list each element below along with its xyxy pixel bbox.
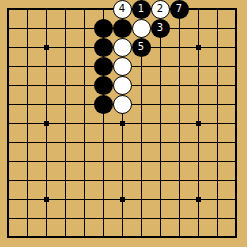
go-board-grid[interactable]: 412735 bbox=[7, 8, 237, 238]
grid-line-horizontal bbox=[9, 180, 235, 181]
go-stone-black-H13[interactable]: 1 bbox=[132, 0, 151, 19]
grid-line-horizontal bbox=[9, 142, 235, 143]
star-point bbox=[44, 45, 49, 50]
grid-line-vertical bbox=[179, 10, 180, 236]
go-stone-white-G8[interactable] bbox=[113, 95, 132, 114]
star-point bbox=[196, 121, 201, 126]
go-stone-black-K13[interactable]: 7 bbox=[170, 0, 189, 19]
go-stone-white-G13[interactable]: 4 bbox=[113, 0, 132, 19]
go-stone-white-G10[interactable] bbox=[113, 57, 132, 76]
star-point bbox=[196, 45, 201, 50]
go-stone-white-G11[interactable] bbox=[113, 38, 132, 57]
grid-line-horizontal bbox=[9, 161, 235, 162]
star-point bbox=[44, 197, 49, 202]
grid-line-horizontal bbox=[9, 218, 235, 219]
grid-line-vertical bbox=[217, 10, 218, 236]
go-stone-black-F11[interactable] bbox=[94, 38, 113, 57]
grid-line-vertical bbox=[160, 10, 161, 236]
star-point bbox=[120, 121, 125, 126]
go-stone-white-G9[interactable] bbox=[113, 76, 132, 95]
go-stone-black-F10[interactable] bbox=[94, 57, 113, 76]
go-stone-black-F12[interactable] bbox=[94, 19, 113, 38]
star-point bbox=[120, 197, 125, 202]
go-stone-black-J12[interactable]: 3 bbox=[151, 19, 170, 38]
go-stone-black-G12[interactable] bbox=[113, 19, 132, 38]
go-stone-black-H11[interactable]: 5 bbox=[132, 38, 151, 57]
go-stone-black-F8[interactable] bbox=[94, 95, 113, 114]
go-board: 412735 bbox=[0, 0, 247, 247]
go-stone-black-F9[interactable] bbox=[94, 76, 113, 95]
star-point bbox=[44, 121, 49, 126]
go-stone-white-H12[interactable] bbox=[132, 19, 151, 38]
star-point bbox=[196, 197, 201, 202]
go-stone-white-J13[interactable]: 2 bbox=[151, 0, 170, 19]
